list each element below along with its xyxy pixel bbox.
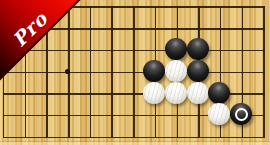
last-move-marker: [235, 108, 248, 121]
stone-white-Q3: [187, 82, 209, 104]
stone-white-P4: [165, 60, 187, 82]
stone-black-Q4: [187, 60, 209, 82]
stone-black-O4: [143, 60, 165, 82]
go-board[interactable]: Pro: [0, 0, 270, 145]
stone-white-P3: [165, 82, 187, 104]
star-point-K4: [65, 69, 70, 74]
board-right-edge: [267, 0, 270, 145]
stone-black-P5: [165, 38, 187, 60]
stone-black-Q5: [187, 38, 209, 60]
stone-black-S2: [230, 103, 252, 125]
stone-white-R2: [208, 103, 230, 125]
stone-white-O3: [143, 82, 165, 104]
stone-black-R3: [208, 82, 230, 104]
board-bottom-edge: [0, 142, 270, 145]
